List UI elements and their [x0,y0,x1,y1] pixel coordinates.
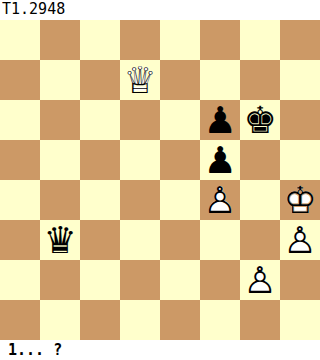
square-h3[interactable]: ♟♙ [280,220,320,260]
white-king-fill: ♚ [280,180,320,220]
square-b6[interactable] [40,100,80,140]
square-c6[interactable] [80,100,120,140]
white-queen-fill: ♛ [120,60,160,100]
square-e2[interactable] [160,260,200,300]
square-f4[interactable]: ♟♙ [200,180,240,220]
square-f3[interactable] [200,220,240,260]
square-a3[interactable] [0,220,40,260]
square-d1[interactable] [120,300,160,340]
square-e7[interactable] [160,60,200,100]
square-c1[interactable] [80,300,120,340]
square-f7[interactable] [200,60,240,100]
black-pawn[interactable]: ♟ [200,140,240,180]
square-c5[interactable] [80,140,120,180]
square-e1[interactable] [160,300,200,340]
square-c2[interactable] [80,260,120,300]
square-h7[interactable] [280,60,320,100]
square-d4[interactable] [120,180,160,220]
square-f2[interactable] [200,260,240,300]
square-a7[interactable] [0,60,40,100]
square-f1[interactable] [200,300,240,340]
square-b5[interactable] [40,140,80,180]
square-h4[interactable]: ♚♔ [280,180,320,220]
square-c8[interactable] [80,20,120,60]
square-d8[interactable] [120,20,160,60]
square-a5[interactable] [0,140,40,180]
square-g3[interactable] [240,220,280,260]
square-h2[interactable] [280,260,320,300]
square-h8[interactable] [280,20,320,60]
square-b4[interactable] [40,180,80,220]
white-pawn-fill: ♟ [240,260,280,300]
square-b1[interactable] [40,300,80,340]
white-pawn[interactable]: ♙ [200,180,240,220]
square-d6[interactable] [120,100,160,140]
white-queen[interactable]: ♕ [120,60,160,100]
square-b3[interactable]: ♛ [40,220,80,260]
square-f8[interactable] [200,20,240,60]
square-a8[interactable] [0,20,40,60]
square-h1[interactable] [280,300,320,340]
square-e5[interactable] [160,140,200,180]
square-d2[interactable] [120,260,160,300]
square-g8[interactable] [240,20,280,60]
chess-board: ♛♕♟♚♟♟♙♚♔♛♟♙♟♙ [0,20,320,340]
puzzle-id-label: T1.2948 [0,0,320,20]
move-prompt-label: 1... ? [0,340,320,360]
square-b2[interactable] [40,260,80,300]
square-g4[interactable] [240,180,280,220]
white-pawn-fill: ♟ [200,180,240,220]
square-a6[interactable] [0,100,40,140]
square-f5[interactable]: ♟ [200,140,240,180]
square-a4[interactable] [0,180,40,220]
black-pawn[interactable]: ♟ [200,100,240,140]
black-queen[interactable]: ♛ [40,220,80,260]
square-g2[interactable]: ♟♙ [240,260,280,300]
square-g1[interactable] [240,300,280,340]
square-b7[interactable] [40,60,80,100]
square-g7[interactable] [240,60,280,100]
square-h6[interactable] [280,100,320,140]
white-pawn-fill: ♟ [280,220,320,260]
square-c7[interactable] [80,60,120,100]
square-e4[interactable] [160,180,200,220]
chess-puzzle-app: T1.2948 ♛♕♟♚♟♟♙♚♔♛♟♙♟♙ 1... ? [0,0,320,360]
square-f6[interactable]: ♟ [200,100,240,140]
square-c4[interactable] [80,180,120,220]
square-a2[interactable] [0,260,40,300]
white-pawn[interactable]: ♙ [240,260,280,300]
square-d7[interactable]: ♛♕ [120,60,160,100]
square-e3[interactable] [160,220,200,260]
square-d3[interactable] [120,220,160,260]
square-e8[interactable] [160,20,200,60]
square-a1[interactable] [0,300,40,340]
black-king[interactable]: ♚ [240,100,280,140]
square-e6[interactable] [160,100,200,140]
square-c3[interactable] [80,220,120,260]
square-g5[interactable] [240,140,280,180]
white-king[interactable]: ♔ [280,180,320,220]
square-d5[interactable] [120,140,160,180]
square-h5[interactable] [280,140,320,180]
square-g6[interactable]: ♚ [240,100,280,140]
white-pawn[interactable]: ♙ [280,220,320,260]
square-b8[interactable] [40,20,80,60]
